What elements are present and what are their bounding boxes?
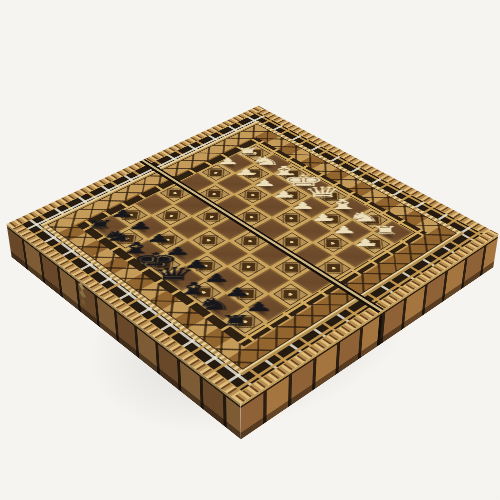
black-pawn[interactable]: ♟ — [165, 259, 228, 270]
piece-shadow — [354, 239, 381, 255]
piece-shadow — [205, 274, 232, 292]
black-queen[interactable]: ♛ — [142, 265, 207, 283]
white-knight[interactable]: ♞ — [333, 211, 394, 224]
piece-shadow — [223, 316, 252, 335]
piece-shadow — [143, 260, 169, 277]
white-rook[interactable]: ♜ — [354, 225, 416, 236]
piece-shadow — [226, 288, 254, 306]
piece-shadow — [186, 260, 213, 277]
black-bishop[interactable]: ♝ — [161, 280, 226, 297]
piece-shadow — [202, 301, 230, 320]
black-pawn[interactable]: ♟ — [185, 272, 249, 284]
black-pawn[interactable]: ♟ — [205, 286, 270, 298]
black-knight[interactable]: ♞ — [181, 296, 247, 312]
photo-backdrop: ♜♞♝♚♛♝♞♜♟♟♟♟♟♟♟♟♟♟♟♟♟♟♟♟♜♞♝♚♛♝♞♜ — [0, 0, 500, 500]
piece-shadow — [182, 287, 209, 305]
piece-shadow — [247, 302, 275, 321]
black-king[interactable]: ♚ — [123, 250, 187, 269]
piece-shadow — [162, 273, 189, 291]
black-pawn[interactable]: ♟ — [226, 300, 292, 312]
black-rook[interactable]: ♜ — [202, 313, 269, 327]
white-pawn[interactable]: ♟ — [334, 237, 397, 248]
